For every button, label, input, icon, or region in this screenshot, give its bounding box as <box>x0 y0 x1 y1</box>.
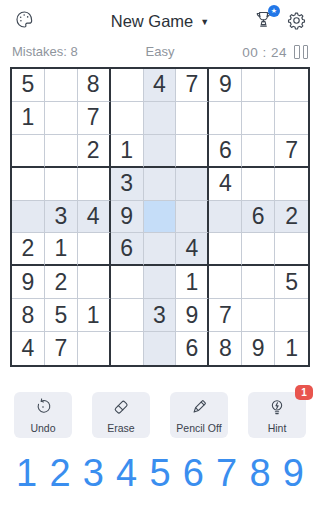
cell-r4c4[interactable]: 3 <box>111 168 144 201</box>
cell-r9c1[interactable]: 4 <box>12 332 45 365</box>
cell-r8c3[interactable]: 1 <box>78 299 111 332</box>
undo-icon <box>33 397 53 420</box>
hint-label: Hint <box>268 422 287 434</box>
numpad-8[interactable]: 8 <box>243 449 276 497</box>
numpad-5[interactable]: 5 <box>143 449 176 497</box>
cell-r1c3[interactable]: 8 <box>78 69 111 102</box>
cell-r3c7[interactable]: 6 <box>209 135 242 168</box>
erase-label: Erase <box>107 422 134 434</box>
cell-r6c1[interactable]: 2 <box>12 233 45 266</box>
cell-r6c6[interactable]: 4 <box>176 233 209 266</box>
cell-r1c7[interactable]: 9 <box>209 69 242 102</box>
cell-r8c9[interactable] <box>275 299 308 332</box>
cell-r6c8[interactable] <box>242 233 275 266</box>
numpad-9[interactable]: 9 <box>277 449 310 497</box>
cell-r2c3[interactable]: 7 <box>78 102 111 135</box>
cell-r5c9[interactable]: 2 <box>275 201 308 234</box>
cell-r6c5[interactable] <box>144 233 177 266</box>
cell-r4c8[interactable] <box>242 168 275 201</box>
cell-r9c9[interactable]: 1 <box>275 332 308 365</box>
chevron-down-icon: ▼ <box>200 15 209 27</box>
hint-button[interactable]: Hint 1 <box>248 392 306 438</box>
cell-r4c2[interactable] <box>45 168 78 201</box>
cell-r9c2[interactable]: 7 <box>45 332 78 365</box>
cell-r1c5[interactable]: 4 <box>144 69 177 102</box>
hint-bulb-icon <box>267 397 287 420</box>
pause-button[interactable] <box>294 43 308 61</box>
cell-r3c9[interactable]: 7 <box>275 135 308 168</box>
cell-r9c5[interactable] <box>144 332 177 365</box>
numpad-4[interactable]: 4 <box>110 449 143 497</box>
cell-r2c1[interactable]: 1 <box>12 102 45 135</box>
cell-r8c6[interactable]: 9 <box>176 299 209 332</box>
page-title: New Game <box>111 12 194 31</box>
cell-r9c3[interactable] <box>78 332 111 365</box>
cell-r4c6[interactable] <box>176 168 209 201</box>
cell-r6c9[interactable] <box>275 233 308 266</box>
cell-r2c4[interactable] <box>111 102 144 135</box>
cell-r7c5[interactable] <box>144 266 177 299</box>
numpad-7[interactable]: 7 <box>210 449 243 497</box>
cell-r4c9[interactable] <box>275 168 308 201</box>
cell-r3c2[interactable] <box>45 135 78 168</box>
cell-r5c2[interactable]: 3 <box>45 201 78 234</box>
numpad-6[interactable]: 6 <box>177 449 210 497</box>
cell-r2c8[interactable] <box>242 102 275 135</box>
cell-r7c8[interactable] <box>242 266 275 299</box>
cell-r1c1[interactable]: 5 <box>12 69 45 102</box>
pause-icon <box>294 45 300 59</box>
cell-r6c7[interactable] <box>209 233 242 266</box>
cell-r6c3[interactable] <box>78 233 111 266</box>
cell-r8c1[interactable]: 8 <box>12 299 45 332</box>
toolbar: Undo Erase <box>0 392 320 438</box>
cell-r5c6[interactable] <box>176 201 209 234</box>
cell-r3c4[interactable]: 1 <box>111 135 144 168</box>
pencil-label: Pencil Off <box>176 422 221 434</box>
cell-r4c1[interactable] <box>12 168 45 201</box>
cell-r7c2[interactable]: 2 <box>45 266 78 299</box>
timer-group: 00 : 24 <box>242 43 308 61</box>
cell-r9c6[interactable]: 6 <box>176 332 209 365</box>
cell-r5c8[interactable]: 6 <box>242 201 275 234</box>
numpad: 123456789 <box>10 449 310 497</box>
cell-r4c5[interactable] <box>144 168 177 201</box>
cell-r1c9[interactable] <box>275 69 308 102</box>
cell-r3c6[interactable] <box>176 135 209 168</box>
cell-r4c3[interactable] <box>78 168 111 201</box>
cell-r9c4[interactable] <box>111 332 144 365</box>
cell-r7c6[interactable]: 1 <box>176 266 209 299</box>
gear-icon <box>286 10 307 34</box>
cell-r8c7[interactable]: 7 <box>209 299 242 332</box>
settings-button[interactable] <box>284 10 308 34</box>
cell-r1c6[interactable]: 7 <box>176 69 209 102</box>
cell-r2c6[interactable] <box>176 102 209 135</box>
cell-r7c1[interactable]: 9 <box>12 266 45 299</box>
cell-r6c4[interactable]: 6 <box>111 233 144 266</box>
cell-r5c4[interactable]: 9 <box>111 201 144 234</box>
undo-button[interactable]: Undo <box>14 392 72 438</box>
cell-r9c7[interactable]: 8 <box>209 332 242 365</box>
sudoku-board: 58479172167343496221649215851397476891 <box>10 67 310 367</box>
cell-r3c8[interactable] <box>242 135 275 168</box>
cell-r3c5[interactable] <box>144 135 177 168</box>
cell-r8c4[interactable] <box>111 299 144 332</box>
undo-label: Undo <box>30 422 55 434</box>
cell-r8c2[interactable]: 5 <box>45 299 78 332</box>
cell-r1c4[interactable] <box>111 69 144 102</box>
timer-value: 00 : 24 <box>242 45 287 60</box>
numpad-3[interactable]: 3 <box>77 449 110 497</box>
cell-r3c1[interactable] <box>12 135 45 168</box>
cell-r2c2[interactable] <box>45 102 78 135</box>
cell-r6c2[interactable]: 1 <box>45 233 78 266</box>
cell-r5c3[interactable]: 4 <box>78 201 111 234</box>
cell-r7c4[interactable] <box>111 266 144 299</box>
erase-button[interactable]: Erase <box>92 392 150 438</box>
cell-r5c1[interactable] <box>12 201 45 234</box>
trophy-button[interactable]: ★ <box>251 9 275 33</box>
cell-r1c2[interactable] <box>45 69 78 102</box>
cell-r9c8[interactable]: 9 <box>242 332 275 365</box>
cell-r8c8[interactable] <box>242 299 275 332</box>
cell-r5c5[interactable] <box>144 201 177 234</box>
numpad-1[interactable]: 1 <box>10 449 43 497</box>
sudoku-app: New Game ▼ ★ <box>0 0 320 512</box>
trophy-star-badge: ★ <box>268 5 280 17</box>
cell-r7c3[interactable] <box>78 266 111 299</box>
eraser-icon <box>111 397 131 420</box>
cell-r7c9[interactable]: 5 <box>275 266 308 299</box>
cell-r7c7[interactable] <box>209 266 242 299</box>
cell-r1c8[interactable] <box>242 69 275 102</box>
numpad-2[interactable]: 2 <box>43 449 76 497</box>
top-bar: New Game ▼ ★ <box>0 8 320 34</box>
cell-r8c5[interactable]: 3 <box>144 299 177 332</box>
cell-r5c7[interactable] <box>209 201 242 234</box>
cell-r4c7[interactable]: 4 <box>209 168 242 201</box>
cell-r3c3[interactable]: 2 <box>78 135 111 168</box>
cell-r2c9[interactable] <box>275 102 308 135</box>
pencil-button[interactable]: Pencil Off <box>170 392 228 438</box>
status-bar: Mistakes: 8 Easy 00 : 24 <box>0 43 320 61</box>
pause-icon <box>303 45 309 59</box>
cell-r2c7[interactable] <box>209 102 242 135</box>
cell-r2c5[interactable] <box>144 102 177 135</box>
hint-count-badge: 1 <box>295 385 313 400</box>
pencil-icon <box>189 397 209 420</box>
